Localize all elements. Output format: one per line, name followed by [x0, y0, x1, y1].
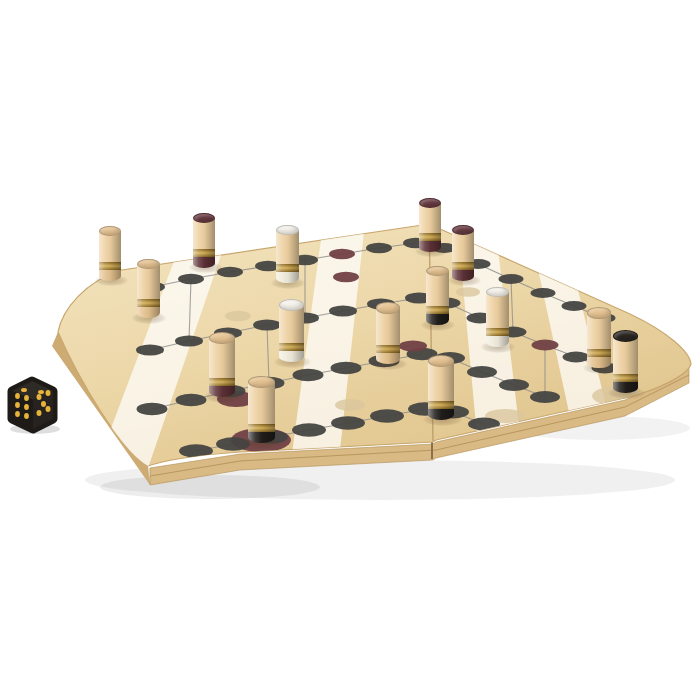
peg-dark-O[interactable] [613, 336, 638, 393]
peg-shading [587, 313, 611, 368]
peg-shading [452, 230, 474, 281]
peg-shading [276, 230, 299, 283]
peg-dark-M[interactable] [426, 271, 449, 325]
peg-top-wood [99, 226, 121, 236]
peg-shading [279, 305, 304, 362]
peg-top-wood [209, 332, 235, 344]
peg-top-wood [426, 266, 449, 277]
peg-shading [613, 336, 638, 393]
peg-top-wood [428, 355, 454, 367]
peg-white-E[interactable] [279, 305, 304, 362]
peg-shading [99, 231, 121, 281]
peg-natural-N[interactable] [587, 313, 611, 368]
peg-natural-B[interactable] [137, 264, 160, 318]
peg-top-wood [248, 376, 275, 388]
peg-dark-G[interactable] [248, 382, 275, 443]
peg-top-maroon [452, 225, 474, 235]
peg-dark-C[interactable] [193, 218, 215, 268]
peg-top-maroon [193, 213, 215, 223]
peg-top-wood [137, 259, 160, 270]
peg-shading [376, 308, 400, 364]
peg-top-wood [587, 307, 611, 318]
die[interactable] [10, 381, 60, 434]
peg-top-white [279, 299, 304, 311]
peg-white-L[interactable] [486, 292, 509, 347]
peg-dark-F[interactable] [209, 338, 235, 397]
peg-top-white [486, 287, 509, 298]
peg-shading [419, 203, 441, 252]
peg-dark-K[interactable] [452, 230, 474, 281]
peg-white-D[interactable] [276, 230, 299, 283]
peg-dark-I[interactable] [428, 361, 454, 420]
peg-top-white [276, 225, 299, 236]
peg-natural-A[interactable] [99, 231, 121, 281]
peg-shading [209, 338, 235, 397]
peg-top-maroon [419, 198, 441, 208]
product-photo-scene [0, 0, 700, 700]
peg-shading [193, 218, 215, 268]
peg-shading [248, 382, 275, 443]
peg-top-black [613, 330, 638, 342]
peg-dark-J[interactable] [419, 203, 441, 252]
peg-top-wood [376, 302, 400, 313]
peg-shading [486, 292, 509, 347]
peg-shading [428, 361, 454, 420]
peg-shading [137, 264, 160, 318]
peg-shading [426, 271, 449, 325]
peg-natural-H[interactable] [376, 308, 400, 364]
